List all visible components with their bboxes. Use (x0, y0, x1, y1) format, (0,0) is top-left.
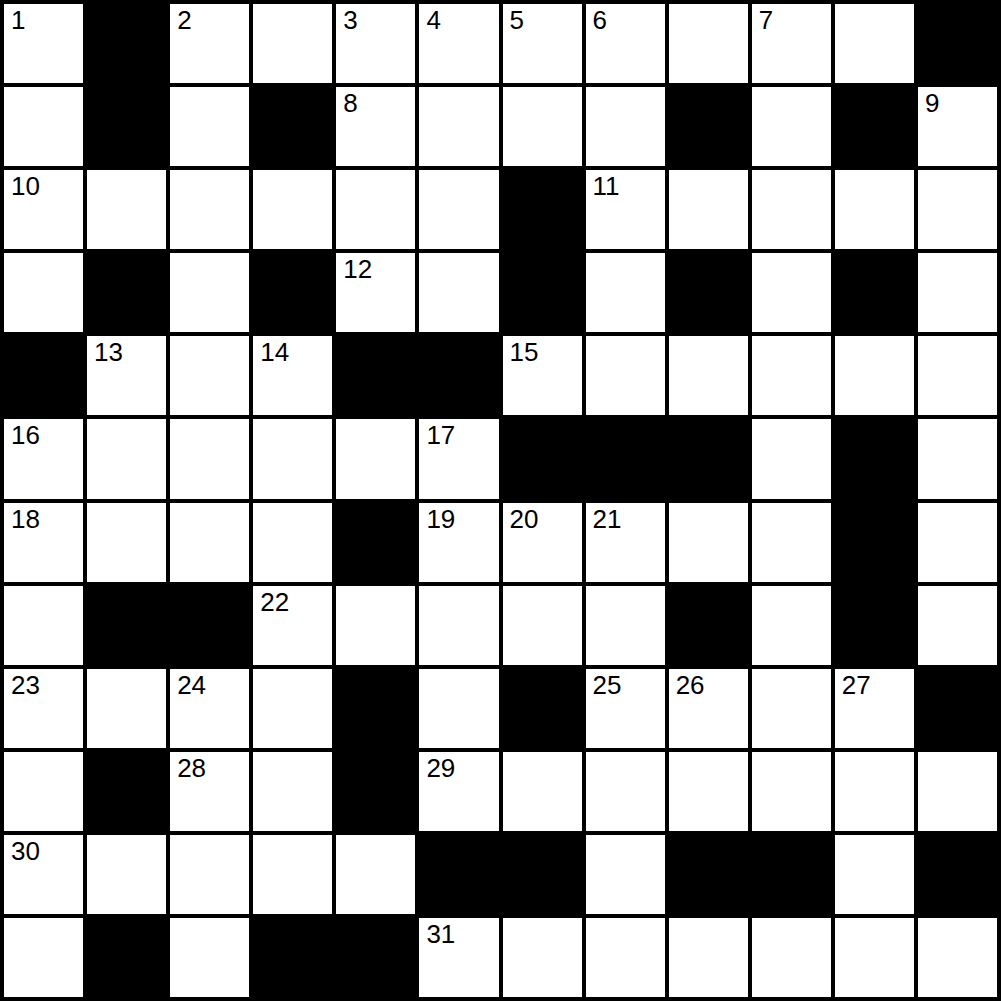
cell-r9c7-blocked (503, 669, 582, 748)
clue-number: 23 (11, 671, 40, 700)
cell-r9c3[interactable]: 24 (170, 669, 249, 748)
cell-r11c7-blocked (503, 835, 582, 914)
cell-r9c5-blocked (336, 669, 415, 748)
clue-number: 20 (510, 505, 539, 534)
cell-r5c4[interactable]: 14 (253, 336, 332, 415)
clue-number: 5 (510, 6, 524, 35)
cell-r3c8[interactable]: 11 (586, 170, 665, 249)
cell-r4c1[interactable] (4, 253, 83, 332)
cell-r11c11[interactable] (835, 835, 914, 914)
cell-r10c7[interactable] (503, 752, 582, 831)
clue-number: 22 (260, 588, 289, 617)
cell-r10c4[interactable] (253, 752, 332, 831)
cell-r4c8[interactable] (586, 253, 665, 332)
cell-r4c2-blocked (87, 253, 166, 332)
cell-r11c8[interactable] (586, 835, 665, 914)
cell-r1c1[interactable]: 1 (4, 4, 83, 83)
cell-r12c8[interactable] (586, 918, 665, 997)
clue-number: 15 (510, 338, 539, 367)
cell-r8c11-blocked (835, 586, 914, 665)
cell-r1c7[interactable]: 5 (503, 4, 582, 83)
cell-r3c3[interactable] (170, 170, 249, 249)
cell-r6c3[interactable] (170, 419, 249, 498)
cell-r7c6[interactable]: 19 (419, 503, 498, 582)
cell-r5c10[interactable] (752, 336, 831, 415)
cell-r8c5[interactable] (336, 586, 415, 665)
cell-r11c2[interactable] (87, 835, 166, 914)
cell-r11c12-blocked (918, 835, 997, 914)
cell-r5c11[interactable] (835, 336, 914, 415)
cell-r3c1[interactable]: 10 (4, 170, 83, 249)
cell-r7c3[interactable] (170, 503, 249, 582)
cell-r5c9[interactable] (669, 336, 748, 415)
cell-r10c12[interactable] (918, 752, 997, 831)
clue-number: 17 (426, 421, 455, 450)
cell-r10c10[interactable] (752, 752, 831, 831)
cell-r3c9[interactable] (669, 170, 748, 249)
cell-r3c10[interactable] (752, 170, 831, 249)
cell-r11c5[interactable] (336, 835, 415, 914)
cell-r8c4[interactable]: 22 (253, 586, 332, 665)
clue-number: 28 (177, 754, 206, 783)
cell-r6c11-blocked (835, 419, 914, 498)
cell-r6c1[interactable]: 16 (4, 419, 83, 498)
clue-number: 9 (925, 89, 939, 118)
clue-number: 25 (593, 671, 622, 700)
clue-number: 21 (593, 505, 622, 534)
cell-r10c1[interactable] (4, 752, 83, 831)
cell-r7c2[interactable] (87, 503, 166, 582)
cell-r12c3[interactable] (170, 918, 249, 997)
cell-r12c7[interactable] (503, 918, 582, 997)
cell-r2c8[interactable] (586, 87, 665, 166)
clue-number: 10 (11, 172, 40, 201)
cell-r11c1[interactable]: 30 (4, 835, 83, 914)
cell-r9c10[interactable] (752, 669, 831, 748)
cell-r1c9[interactable] (669, 4, 748, 83)
clue-number: 14 (260, 338, 289, 367)
cell-r1c8[interactable]: 6 (586, 4, 665, 83)
cell-r4c11-blocked (835, 253, 914, 332)
cell-r3c4[interactable] (253, 170, 332, 249)
cell-r6c4[interactable] (253, 419, 332, 498)
clue-number: 29 (426, 754, 455, 783)
clue-number: 27 (842, 671, 871, 700)
cell-r8c9-blocked (669, 586, 748, 665)
cell-r8c2-blocked (87, 586, 166, 665)
cell-r8c10[interactable] (752, 586, 831, 665)
clue-number: 13 (94, 338, 123, 367)
cell-r11c6-blocked (419, 835, 498, 914)
cell-r5c12[interactable] (918, 336, 997, 415)
cell-r1c11[interactable] (835, 4, 914, 83)
cell-r9c4[interactable] (253, 669, 332, 748)
cell-r10c9[interactable] (669, 752, 748, 831)
cell-r1c5[interactable]: 3 (336, 4, 415, 83)
cell-r7c12[interactable] (918, 503, 997, 582)
cell-r9c1[interactable]: 23 (4, 669, 83, 748)
cell-r8c8[interactable] (586, 586, 665, 665)
cell-r10c5-blocked (336, 752, 415, 831)
cell-r10c6[interactable]: 29 (419, 752, 498, 831)
cell-r5c1-blocked (4, 336, 83, 415)
clue-number: 12 (343, 255, 372, 284)
cell-r4c12[interactable] (918, 253, 997, 332)
cell-r8c1[interactable] (4, 586, 83, 665)
cell-r2c4-blocked (253, 87, 332, 166)
cell-r6c6[interactable]: 17 (419, 419, 498, 498)
clue-number: 31 (426, 920, 455, 949)
cell-r10c2-blocked (87, 752, 166, 831)
cell-r10c11[interactable] (835, 752, 914, 831)
cell-r5c2[interactable]: 13 (87, 336, 166, 415)
cell-r10c3[interactable]: 28 (170, 752, 249, 831)
cell-r6c9-blocked (669, 419, 748, 498)
cell-r4c10[interactable] (752, 253, 831, 332)
cell-r7c4[interactable] (253, 503, 332, 582)
cell-r8c6[interactable] (419, 586, 498, 665)
cell-r12c12[interactable] (918, 918, 997, 997)
cell-r3c2[interactable] (87, 170, 166, 249)
cell-r7c5-blocked (336, 503, 415, 582)
cell-r1c10[interactable]: 7 (752, 4, 831, 83)
clue-number: 30 (11, 837, 40, 866)
cell-r2c6[interactable] (419, 87, 498, 166)
cell-r11c4[interactable] (253, 835, 332, 914)
cell-r2c9-blocked (669, 87, 748, 166)
cell-r8c3-blocked (170, 586, 249, 665)
cell-r10c8[interactable] (586, 752, 665, 831)
cell-r1c3[interactable]: 2 (170, 4, 249, 83)
cell-r2c3[interactable] (170, 87, 249, 166)
cell-r6c2[interactable] (87, 419, 166, 498)
cell-r4c4-blocked (253, 253, 332, 332)
cell-r2c7[interactable] (503, 87, 582, 166)
cell-r1c12-blocked (918, 4, 997, 83)
cell-r12c9[interactable] (669, 918, 748, 997)
cell-r7c11-blocked (835, 503, 914, 582)
cell-r12c1[interactable] (4, 918, 83, 997)
cell-r3c6[interactable] (419, 170, 498, 249)
clue-number: 6 (593, 6, 607, 35)
cell-r3c7-blocked (503, 170, 582, 249)
clue-number: 4 (426, 6, 440, 35)
cell-r2c2-blocked (87, 87, 166, 166)
cell-r1c6[interactable]: 4 (419, 4, 498, 83)
cell-r9c11[interactable]: 27 (835, 669, 914, 748)
cell-r12c4-blocked (253, 918, 332, 997)
cell-r4c5[interactable]: 12 (336, 253, 415, 332)
clue-number: 26 (676, 671, 705, 700)
cell-r5c3[interactable] (170, 336, 249, 415)
cell-r7c10[interactable] (752, 503, 831, 582)
cell-r4c7-blocked (503, 253, 582, 332)
cell-r1c2-blocked (87, 4, 166, 83)
cell-r7c8[interactable]: 21 (586, 503, 665, 582)
cell-r9c6[interactable] (419, 669, 498, 748)
cell-r7c1[interactable]: 18 (4, 503, 83, 582)
cell-r5c7[interactable]: 15 (503, 336, 582, 415)
cell-r9c2[interactable] (87, 669, 166, 748)
cell-r6c10[interactable] (752, 419, 831, 498)
cell-r4c6[interactable] (419, 253, 498, 332)
clue-number: 11 (593, 172, 620, 201)
cell-r8c12[interactable] (918, 586, 997, 665)
cell-r6c12[interactable] (918, 419, 997, 498)
cell-r12c11[interactable] (835, 918, 914, 997)
cell-r2c10[interactable] (752, 87, 831, 166)
cell-r11c3[interactable] (170, 835, 249, 914)
clue-number: 16 (11, 421, 40, 450)
cell-r4c9-blocked (669, 253, 748, 332)
cell-r12c2-blocked (87, 918, 166, 997)
cell-r5c6-blocked (419, 336, 498, 415)
clue-number: 18 (11, 505, 40, 534)
cell-r6c5[interactable] (336, 419, 415, 498)
cell-r9c9[interactable]: 26 (669, 669, 748, 748)
cell-r5c8[interactable] (586, 336, 665, 415)
cell-r2c1[interactable] (4, 87, 83, 166)
cell-r6c8-blocked (586, 419, 665, 498)
cell-r8c7[interactable] (503, 586, 582, 665)
clue-number: 2 (177, 6, 191, 35)
cell-r1c4[interactable] (253, 4, 332, 83)
cell-r11c9-blocked (669, 835, 748, 914)
crossword-board: 1234567891011121314151617181920212223242… (0, 0, 1001, 1001)
cell-r12c6[interactable]: 31 (419, 918, 498, 997)
cell-r11c10-blocked (752, 835, 831, 914)
clue-number: 1 (11, 6, 25, 35)
cell-r12c5-blocked (336, 918, 415, 997)
cell-r6c7-blocked (503, 419, 582, 498)
cell-r9c8[interactable]: 25 (586, 669, 665, 748)
cell-r3c5[interactable] (336, 170, 415, 249)
cell-r2c12[interactable]: 9 (918, 87, 997, 166)
cell-r7c9[interactable] (669, 503, 748, 582)
cell-r7c7[interactable]: 20 (503, 503, 582, 582)
cell-r9c12-blocked (918, 669, 997, 748)
cell-r2c5[interactable]: 8 (336, 87, 415, 166)
clue-number: 24 (177, 671, 206, 700)
cell-r3c12[interactable] (918, 170, 997, 249)
clue-number: 19 (426, 505, 455, 534)
clue-number: 3 (343, 6, 357, 35)
cell-r3c11[interactable] (835, 170, 914, 249)
clue-number: 7 (759, 6, 773, 35)
cell-r12c10[interactable] (752, 918, 831, 997)
cell-r5c5-blocked (336, 336, 415, 415)
clue-number: 8 (343, 89, 357, 118)
cell-r2c11-blocked (835, 87, 914, 166)
cell-r4c3[interactable] (170, 253, 249, 332)
